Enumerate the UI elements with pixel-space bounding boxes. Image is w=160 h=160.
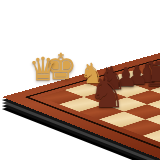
photo-canvas: ♛♚♞♞♞♟♟♟♜ (0, 0, 160, 160)
piece-black-knight-front[interactable]: ♞ (88, 72, 126, 114)
piece-white-queen[interactable]: ♛ (29, 53, 58, 85)
piece-black-rook[interactable]: ♜ (143, 57, 160, 91)
